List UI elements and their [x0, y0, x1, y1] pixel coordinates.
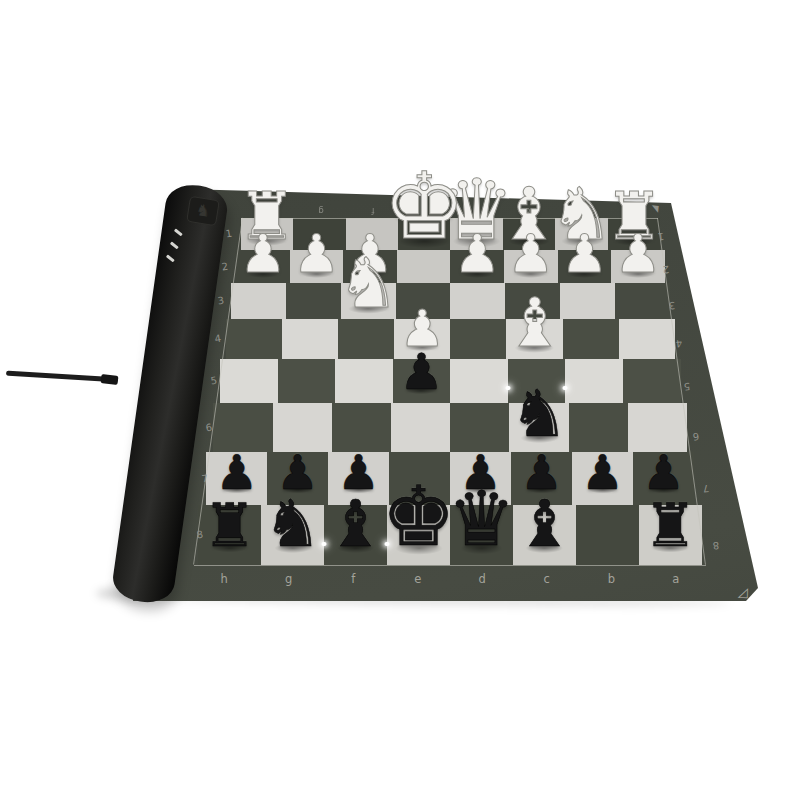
square-h5 — [220, 359, 278, 403]
rank-label-right-2: 2 — [662, 263, 669, 274]
square-d3 — [450, 283, 505, 319]
white-bishop-c4: ♝ — [504, 289, 565, 357]
white-pawn-a2: ♟ — [614, 228, 661, 281]
grid-border-bottom — [194, 565, 706, 566]
file-label-top-f: f — [372, 207, 375, 216]
black-bishop-f8: ♝ — [327, 492, 385, 557]
rank-label-left-1: 1 — [225, 229, 233, 240]
corner-marker-bottom-right: ◿ — [738, 585, 748, 598]
file-label-bottom-f: f — [351, 574, 355, 586]
board-row-rank-3 — [231, 283, 669, 319]
black-pawn-a7: ♟ — [642, 449, 685, 497]
file-label-bottom-b: b — [608, 574, 615, 586]
file-label-bottom-e: e — [414, 574, 421, 586]
board-row-rank-5 — [220, 359, 681, 403]
white-pawn-b2: ♟ — [561, 228, 608, 281]
square-b3 — [560, 283, 615, 319]
square-h4 — [226, 319, 282, 359]
black-bishop-c8: ♝ — [515, 492, 573, 557]
black-pawn-e5: ♟ — [399, 347, 444, 397]
rank-label-left-5: 5 — [210, 376, 218, 387]
square-a5 — [623, 359, 681, 403]
rank-label-left-3: 3 — [217, 296, 225, 307]
white-knight-f3: ♞ — [337, 249, 399, 318]
rank-label-right-4: 4 — [675, 338, 682, 349]
white-pawn-g2: ♟ — [293, 228, 340, 281]
black-pawn-b7: ♟ — [581, 449, 624, 497]
rank-label-right-3: 3 — [668, 300, 675, 311]
file-label-top-g: g — [319, 207, 324, 216]
square-a3 — [615, 283, 670, 319]
square-f4 — [338, 319, 394, 359]
square-e6 — [391, 403, 450, 452]
rank-label-right-7: 7 — [702, 482, 709, 493]
cable-plug — [101, 374, 119, 385]
square-g3 — [286, 283, 341, 319]
white-pawn-c2: ♟ — [507, 228, 554, 281]
file-label-bottom-d: d — [479, 574, 486, 586]
square-g4 — [282, 319, 338, 359]
white-pawn-d2: ♟ — [453, 228, 500, 281]
black-pawn-h7: ♟ — [215, 449, 258, 497]
rank-label-left-4: 4 — [214, 334, 222, 345]
file-label-bottom-h: h — [220, 574, 227, 586]
knight-logo-icon: ♞ — [186, 196, 220, 226]
black-knight-g8: ♞ — [264, 492, 322, 557]
rank-label-right-6: 6 — [692, 430, 699, 441]
black-queen-d8: ♛ — [448, 482, 516, 558]
square-b5 — [565, 359, 623, 403]
file-label-bottom-a: a — [672, 574, 679, 586]
black-rook-h8: ♜ — [203, 497, 256, 556]
square-f5 — [335, 359, 393, 403]
square-d4 — [450, 319, 506, 359]
black-knight-c6: ♞ — [510, 382, 568, 447]
white-pawn-h2: ♟ — [239, 228, 286, 281]
rank-label-right-5: 5 — [683, 381, 690, 392]
file-label-bottom-c: c — [544, 574, 550, 586]
square-h3 — [231, 283, 286, 319]
smart-chessboard-photo: ♞ 1122334455667788hgfedcbahgfedcba◥◿♜♞♝♛… — [0, 0, 800, 800]
black-king-e8: ♚ — [381, 476, 455, 559]
rank-label-right-8: 8 — [712, 540, 719, 551]
square-d5 — [450, 359, 508, 403]
file-label-bottom-g: g — [285, 574, 292, 586]
black-rook-a8: ♜ — [644, 497, 697, 556]
square-b4 — [563, 319, 619, 359]
square-a4 — [619, 319, 675, 359]
board-row-rank-4 — [226, 319, 675, 359]
square-b8 — [576, 505, 639, 565]
square-g5 — [278, 359, 336, 403]
